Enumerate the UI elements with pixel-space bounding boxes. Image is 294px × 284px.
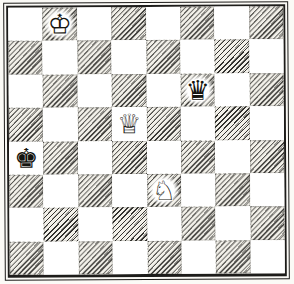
square-d6[interactable]	[112, 74, 147, 108]
square-d7[interactable]	[112, 40, 147, 74]
square-a5[interactable]	[9, 108, 44, 142]
square-g3[interactable]	[215, 173, 250, 207]
square-f3[interactable]	[181, 173, 216, 207]
square-g4[interactable]	[215, 140, 250, 174]
piece-white-knight[interactable]: ♘	[148, 175, 179, 206]
square-b5[interactable]	[43, 108, 78, 142]
square-c6[interactable]	[77, 74, 112, 108]
square-h2[interactable]	[250, 206, 285, 240]
square-g2[interactable]	[216, 207, 251, 241]
square-c8[interactable]	[77, 7, 112, 41]
square-e7[interactable]	[146, 40, 181, 74]
piece-white-queen[interactable]: ♕	[114, 108, 145, 139]
square-e2[interactable]	[147, 207, 182, 241]
square-a3[interactable]	[9, 175, 44, 209]
square-c4[interactable]	[78, 141, 113, 175]
square-g7[interactable]	[215, 40, 250, 74]
square-h4[interactable]	[250, 140, 285, 174]
board-frame: ♔♛♕♚♘	[3, 1, 290, 281]
square-a6[interactable]	[9, 74, 44, 108]
piece-black-queen[interactable]: ♛	[182, 75, 213, 106]
square-a8[interactable]	[8, 8, 43, 42]
square-g6[interactable]	[215, 73, 250, 107]
square-e3[interactable]: ♘	[147, 174, 182, 208]
square-d8[interactable]	[111, 7, 146, 41]
piece-white-king[interactable]: ♔	[44, 9, 75, 40]
square-b4[interactable]	[43, 141, 78, 175]
square-h6[interactable]	[249, 73, 284, 107]
square-e8[interactable]	[146, 7, 181, 41]
square-e5[interactable]	[146, 107, 181, 141]
square-f2[interactable]	[181, 207, 216, 241]
square-c2[interactable]	[78, 207, 113, 241]
square-b6[interactable]	[43, 74, 78, 108]
square-h3[interactable]	[250, 173, 285, 207]
square-b1[interactable]	[44, 241, 79, 275]
square-g5[interactable]	[215, 106, 250, 140]
square-d3[interactable]	[112, 174, 147, 208]
square-h8[interactable]	[249, 6, 284, 40]
square-g1[interactable]	[216, 240, 251, 274]
square-d2[interactable]	[113, 207, 148, 241]
square-f5[interactable]	[181, 107, 216, 141]
square-c7[interactable]	[77, 41, 112, 75]
square-g8[interactable]	[214, 6, 249, 40]
diagram-page: ♔♛♕♚♘	[0, 0, 294, 284]
square-h7[interactable]	[249, 40, 284, 74]
square-a2[interactable]	[9, 208, 44, 242]
square-d1[interactable]	[113, 241, 148, 275]
square-b7[interactable]	[43, 41, 78, 75]
square-f8[interactable]	[180, 7, 215, 41]
chess-board: ♔♛♕♚♘	[8, 6, 285, 275]
square-c3[interactable]	[78, 174, 113, 208]
square-f1[interactable]	[181, 240, 216, 274]
square-e6[interactable]	[146, 74, 181, 108]
square-f4[interactable]	[181, 140, 216, 174]
square-e4[interactable]	[146, 140, 181, 174]
square-f7[interactable]	[180, 40, 215, 74]
square-a1[interactable]	[10, 241, 45, 275]
square-b3[interactable]	[44, 174, 79, 208]
square-b8[interactable]: ♔	[43, 7, 78, 41]
board-frame-inner: ♔♛♕♚♘	[6, 4, 287, 278]
square-f6[interactable]: ♛	[180, 73, 215, 107]
piece-black-king[interactable]: ♚	[11, 142, 42, 173]
square-b2[interactable]	[44, 208, 79, 242]
square-a7[interactable]	[8, 41, 43, 75]
square-c1[interactable]	[78, 241, 113, 275]
square-e1[interactable]	[147, 240, 182, 274]
square-d4[interactable]	[112, 141, 147, 175]
square-d5[interactable]: ♕	[112, 107, 147, 141]
square-a4[interactable]: ♚	[9, 141, 44, 175]
square-h1[interactable]	[250, 240, 285, 274]
square-h5[interactable]	[249, 106, 284, 140]
square-c5[interactable]	[78, 107, 113, 141]
